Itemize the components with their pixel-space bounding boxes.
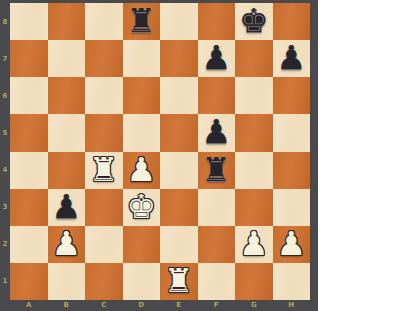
piece-white-pawn-g2[interactable]: ♟ (239, 227, 269, 260)
piece-white-rook-c4[interactable]: ♜ (89, 153, 119, 186)
square-h1[interactable] (273, 263, 311, 300)
square-h5[interactable] (273, 114, 311, 151)
square-b1[interactable] (48, 263, 86, 300)
square-g7[interactable] (235, 40, 273, 77)
board-frame: 87654321 ♜♚♟♟♟♜♟♜♟♚♟♟♟♜ ABCDEFGH (0, 0, 318, 311)
square-b7[interactable] (48, 40, 86, 77)
square-d5[interactable] (123, 114, 161, 151)
square-g3[interactable] (235, 189, 273, 226)
square-e1[interactable]: ♜ (160, 263, 198, 300)
square-g8[interactable]: ♚ (235, 3, 273, 40)
piece-black-rook-f4[interactable]: ♜ (201, 153, 231, 186)
square-a3[interactable] (10, 189, 48, 226)
square-h8[interactable] (273, 3, 311, 40)
square-b6[interactable] (48, 77, 86, 114)
file-label-b: B (48, 299, 86, 311)
square-c5[interactable] (85, 114, 123, 151)
file-label-a: A (10, 299, 48, 311)
square-f4[interactable]: ♜ (198, 152, 236, 189)
square-d7[interactable] (123, 40, 161, 77)
chess-diagram: 87654321 ♜♚♟♟♟♜♟♜♟♚♟♟♟♜ ABCDEFGH (0, 0, 414, 311)
file-label-d: D (123, 299, 161, 311)
square-c1[interactable] (85, 263, 123, 300)
square-f1[interactable] (198, 263, 236, 300)
square-c6[interactable] (85, 77, 123, 114)
rank-labels: 87654321 (0, 3, 10, 300)
square-a4[interactable] (10, 152, 48, 189)
square-b3[interactable]: ♟ (48, 189, 86, 226)
file-label-c: C (85, 299, 123, 311)
square-f7[interactable]: ♟ (198, 40, 236, 77)
square-h6[interactable] (273, 77, 311, 114)
square-b8[interactable] (48, 3, 86, 40)
square-g1[interactable] (235, 263, 273, 300)
piece-black-king-g8[interactable]: ♚ (239, 4, 269, 37)
square-e7[interactable] (160, 40, 198, 77)
square-d8[interactable]: ♜ (123, 3, 161, 40)
square-d3[interactable]: ♚ (123, 189, 161, 226)
file-label-h: H (273, 299, 311, 311)
square-e6[interactable] (160, 77, 198, 114)
square-e2[interactable] (160, 226, 198, 263)
square-c8[interactable] (85, 3, 123, 40)
square-d1[interactable] (123, 263, 161, 300)
rank-label-3: 3 (0, 189, 10, 226)
square-d4[interactable]: ♟ (123, 152, 161, 189)
square-b4[interactable] (48, 152, 86, 189)
square-f5[interactable]: ♟ (198, 114, 236, 151)
square-b2[interactable]: ♟ (48, 226, 86, 263)
file-label-f: F (198, 299, 236, 311)
file-label-g: G (235, 299, 273, 311)
square-f6[interactable] (198, 77, 236, 114)
piece-white-king-d3[interactable]: ♚ (126, 190, 156, 223)
square-g4[interactable] (235, 152, 273, 189)
square-e4[interactable] (160, 152, 198, 189)
piece-black-pawn-f5[interactable]: ♟ (201, 115, 231, 148)
square-h3[interactable] (273, 189, 311, 226)
chess-board[interactable]: ♜♚♟♟♟♜♟♜♟♚♟♟♟♜ (10, 3, 310, 300)
square-c3[interactable] (85, 189, 123, 226)
square-g5[interactable] (235, 114, 273, 151)
file-labels: ABCDEFGH (10, 299, 310, 311)
square-a5[interactable] (10, 114, 48, 151)
piece-black-pawn-h7[interactable]: ♟ (276, 41, 306, 74)
rank-label-4: 4 (0, 152, 10, 189)
square-a1[interactable] (10, 263, 48, 300)
square-f2[interactable] (198, 226, 236, 263)
square-c2[interactable] (85, 226, 123, 263)
piece-black-rook-d8[interactable]: ♜ (126, 4, 156, 37)
square-c7[interactable] (85, 40, 123, 77)
piece-white-pawn-h2[interactable]: ♟ (276, 227, 306, 260)
rank-label-2: 2 (0, 226, 10, 263)
piece-white-pawn-d4[interactable]: ♟ (126, 153, 156, 186)
square-d6[interactable] (123, 77, 161, 114)
square-g6[interactable] (235, 77, 273, 114)
square-a8[interactable] (10, 3, 48, 40)
square-g2[interactable]: ♟ (235, 226, 273, 263)
square-a6[interactable] (10, 77, 48, 114)
rank-label-7: 7 (0, 40, 10, 77)
rank-label-8: 8 (0, 3, 10, 40)
piece-black-pawn-f7[interactable]: ♟ (201, 41, 231, 74)
square-h2[interactable]: ♟ (273, 226, 311, 263)
rank-label-1: 1 (0, 263, 10, 300)
square-c4[interactable]: ♜ (85, 152, 123, 189)
piece-white-rook-e1[interactable]: ♜ (164, 264, 194, 297)
square-h4[interactable] (273, 152, 311, 189)
square-a7[interactable] (10, 40, 48, 77)
rank-label-6: 6 (0, 77, 10, 114)
square-e5[interactable] (160, 114, 198, 151)
square-f8[interactable] (198, 3, 236, 40)
square-a2[interactable] (10, 226, 48, 263)
rank-label-5: 5 (0, 114, 10, 151)
file-label-e: E (160, 299, 198, 311)
square-f3[interactable] (198, 189, 236, 226)
square-e8[interactable] (160, 3, 198, 40)
piece-white-pawn-b2[interactable]: ♟ (51, 227, 81, 260)
square-b5[interactable] (48, 114, 86, 151)
square-d2[interactable] (123, 226, 161, 263)
square-h7[interactable]: ♟ (273, 40, 311, 77)
square-e3[interactable] (160, 189, 198, 226)
piece-black-pawn-b3[interactable]: ♟ (51, 190, 81, 223)
